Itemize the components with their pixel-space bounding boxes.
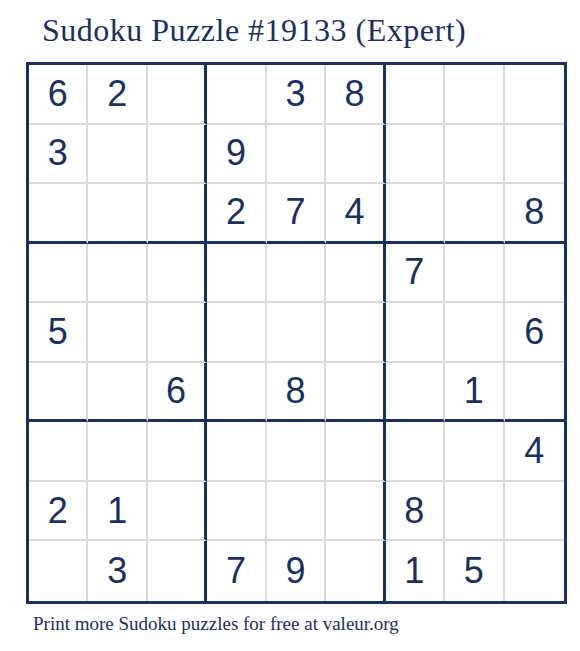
given-digit: 8: [524, 194, 544, 230]
cell-r5c2: [88, 303, 147, 363]
cell-r2c1: 3: [29, 125, 88, 185]
footer-text: Print more Sudoku puzzles for free at va…: [33, 613, 399, 635]
cell-r8c1: 2: [29, 482, 88, 542]
given-digit: 7: [226, 553, 246, 589]
given-digit: 8: [404, 493, 424, 529]
given-digit: 6: [48, 76, 68, 112]
given-digit: 3: [285, 76, 305, 112]
cell-r6c3: 6: [148, 363, 207, 423]
cell-r8c7: 8: [386, 482, 445, 542]
cell-r9c9: [505, 541, 564, 601]
cell-r8c2: 1: [88, 482, 147, 542]
cell-r4c5: [267, 244, 326, 304]
cell-r4c7: 7: [386, 244, 445, 304]
cell-r2c7: [386, 125, 445, 185]
cell-r1c7: [386, 65, 445, 125]
cell-r3c6: 4: [326, 184, 385, 244]
cell-r9c8: 5: [445, 541, 504, 601]
cell-r1c2: 2: [88, 65, 147, 125]
given-digit: 2: [107, 76, 127, 112]
sudoku-page: Sudoku Puzzle #19133 (Expert) 6238392748…: [0, 0, 580, 651]
cell-r9c6: [326, 541, 385, 601]
cell-r2c5: [267, 125, 326, 185]
given-digit: 3: [107, 553, 127, 589]
cell-r6c8: 1: [445, 363, 504, 423]
cell-r2c6: [326, 125, 385, 185]
cell-r8c6: [326, 482, 385, 542]
cell-r4c8: [445, 244, 504, 304]
cell-r9c2: 3: [88, 541, 147, 601]
given-digit: 3: [48, 135, 68, 171]
cell-r5c3: [148, 303, 207, 363]
cell-r1c1: 6: [29, 65, 88, 125]
cell-r7c7: [386, 422, 445, 482]
given-digit: 6: [166, 373, 186, 409]
cell-r7c3: [148, 422, 207, 482]
cell-r5c6: [326, 303, 385, 363]
cell-r4c4: [207, 244, 266, 304]
given-digit: 1: [107, 493, 127, 529]
page-title: Sudoku Puzzle #19133 (Expert): [42, 12, 466, 49]
cell-r7c2: [88, 422, 147, 482]
cell-r9c3: [148, 541, 207, 601]
cell-r6c4: [207, 363, 266, 423]
cell-r3c4: 2: [207, 184, 266, 244]
cell-r8c4: [207, 482, 266, 542]
cell-r7c5: [267, 422, 326, 482]
cell-r8c8: [445, 482, 504, 542]
cell-r6c7: [386, 363, 445, 423]
cell-r2c8: [445, 125, 504, 185]
given-digit: 2: [48, 493, 68, 529]
cell-r8c9: [505, 482, 564, 542]
cell-r1c6: 8: [326, 65, 385, 125]
cell-r4c6: [326, 244, 385, 304]
cell-r9c1: [29, 541, 88, 601]
given-digit: 8: [285, 373, 305, 409]
given-digit: 6: [524, 314, 544, 350]
cell-r2c3: [148, 125, 207, 185]
cell-r4c3: [148, 244, 207, 304]
given-digit: 1: [464, 373, 484, 409]
cell-r1c5: 3: [267, 65, 326, 125]
cell-r5c4: [207, 303, 266, 363]
cell-r7c9: 4: [505, 422, 564, 482]
cell-r8c5: [267, 482, 326, 542]
cell-r4c1: [29, 244, 88, 304]
cell-r6c6: [326, 363, 385, 423]
cell-r1c4: [207, 65, 266, 125]
cell-r9c7: 1: [386, 541, 445, 601]
cell-r3c7: [386, 184, 445, 244]
cell-r2c2: [88, 125, 147, 185]
given-digit: 1: [404, 553, 424, 589]
given-digit: 8: [344, 76, 364, 112]
cell-r3c2: [88, 184, 147, 244]
cell-r7c4: [207, 422, 266, 482]
cell-r3c3: [148, 184, 207, 244]
cell-r4c2: [88, 244, 147, 304]
given-digit: 9: [226, 135, 246, 171]
cell-r1c8: [445, 65, 504, 125]
given-digit: 4: [344, 194, 364, 230]
cell-r4c9: [505, 244, 564, 304]
cell-r9c4: 7: [207, 541, 266, 601]
cell-r3c8: [445, 184, 504, 244]
given-digit: 9: [285, 553, 305, 589]
cell-r6c2: [88, 363, 147, 423]
cell-r7c1: [29, 422, 88, 482]
given-digit: 7: [285, 194, 305, 230]
cell-r6c1: [29, 363, 88, 423]
cell-r9c5: 9: [267, 541, 326, 601]
given-digit: 4: [524, 433, 544, 469]
cell-r2c4: 9: [207, 125, 266, 185]
cell-r6c5: 8: [267, 363, 326, 423]
cell-r3c9: 8: [505, 184, 564, 244]
cell-r1c9: [505, 65, 564, 125]
cell-r5c8: [445, 303, 504, 363]
given-digit: 2: [226, 194, 246, 230]
given-digit: 5: [464, 553, 484, 589]
given-digit: 7: [404, 254, 424, 290]
cell-r3c1: [29, 184, 88, 244]
cell-r7c6: [326, 422, 385, 482]
cell-r2c9: [505, 125, 564, 185]
cell-r8c3: [148, 482, 207, 542]
cell-r5c7: [386, 303, 445, 363]
cell-r7c8: [445, 422, 504, 482]
cell-r3c5: 7: [267, 184, 326, 244]
cell-r5c5: [267, 303, 326, 363]
cell-r5c1: 5: [29, 303, 88, 363]
cell-r1c3: [148, 65, 207, 125]
cell-r6c9: [505, 363, 564, 423]
cell-r5c9: 6: [505, 303, 564, 363]
given-digit: 5: [48, 314, 68, 350]
sudoku-board: 6238392748756681421837915: [26, 62, 567, 604]
